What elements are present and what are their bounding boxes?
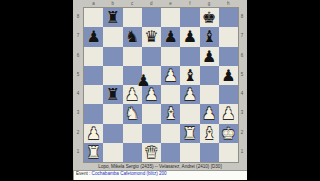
square-h4[interactable] [219,85,238,104]
piece-black-b-f5[interactable]: ♝ [180,66,199,85]
piece-white-p-e5[interactable]: ♟ [161,66,180,85]
square-a4[interactable] [84,85,103,104]
square-d3[interactable] [142,104,161,123]
square-a5[interactable] [84,66,103,85]
rank-label-left-8: 8 [73,14,83,20]
piece-black-p-g6[interactable]: ♟ [200,47,219,66]
file-label-top-b: b [103,1,122,7]
rank-label-left-2: 2 [73,130,83,136]
chess-gui-panel: aabbccddeeffgghh8877665544332211 Lopo, M… [73,0,247,180]
square-h7[interactable] [219,27,238,46]
square-f1[interactable] [180,143,199,162]
piece-black-p-e7[interactable]: ♟ [161,27,180,46]
piece-black-n-c7[interactable]: ♞ [123,27,142,46]
piece-black-p-a7[interactable]: ♟ [84,27,103,46]
file-label-top-e: e [161,1,180,7]
piece-white-p-f4[interactable]: ♟ [180,85,199,104]
players-line: Lopo, Mikela Sergio (2435) -- Velasarez,… [73,164,247,169]
square-b3[interactable] [103,104,122,123]
square-h6[interactable] [219,47,238,66]
square-g4[interactable] [200,85,219,104]
square-f3[interactable] [180,104,199,123]
file-label-top-h: h [219,1,238,7]
piece-white-p-d4[interactable]: ♟ [142,85,161,104]
event-label: Event : [76,171,90,176]
piece-black-b-g7[interactable]: ♝ [200,27,219,46]
square-c8[interactable] [123,8,142,27]
square-c2[interactable] [123,124,142,143]
file-label-top-d: d [142,1,161,7]
file-label-top-g: g [200,1,219,7]
square-b6[interactable] [103,47,122,66]
square-e6[interactable] [161,47,180,66]
square-h1[interactable] [219,143,238,162]
game-info-bar: Lopo, Mikela Sergio (2435) -- Velasarez,… [73,163,247,180]
square-d6[interactable] [142,47,161,66]
piece-white-p-a2[interactable]: ♟ [84,124,103,143]
square-e1[interactable] [161,143,180,162]
piece-white-p-h3[interactable]: ♟ [219,104,238,123]
piece-white-p-c4[interactable]: ♟ [123,85,142,104]
rank-label-left-1: 1 [73,149,83,155]
event-line: Event : Cochabamba Cafetomond (blitz) 20… [76,171,167,176]
video-letterbox: { "game": "chess", "position": { "fen": … [0,0,320,180]
square-b1[interactable] [103,143,122,162]
square-a3[interactable] [84,104,103,123]
rank-label-left-4: 4 [73,91,83,97]
square-h8[interactable] [219,8,238,27]
square-f8[interactable] [180,8,199,27]
piece-black-r-b4[interactable]: ♜ [103,85,122,104]
piece-white-b-e3[interactable]: ♝ [161,104,180,123]
event-link[interactable]: Cochabamba Cafetomond (blitz) 200 [92,171,167,176]
rank-label-left-7: 7 [73,33,83,39]
piece-black-k-g8[interactable]: ♚ [200,8,219,27]
file-label-top-a: a [84,1,103,7]
file-label-top-c: c [123,1,142,7]
square-e4[interactable] [161,85,180,104]
piece-white-q-d1[interactable]: ♛ [142,143,161,162]
piece-white-r-a1[interactable]: ♜ [84,143,103,162]
piece-white-n-c3[interactable]: ♞ [123,104,142,123]
square-c1[interactable] [123,143,142,162]
square-g5[interactable] [200,66,219,85]
square-c6[interactable] [123,47,142,66]
piece-black-r-b8[interactable]: ♜ [103,8,122,27]
square-b7[interactable] [103,27,122,46]
square-b2[interactable] [103,124,122,143]
piece-black-q-d7[interactable]: ♛ [142,27,161,46]
square-d2[interactable] [142,124,161,143]
rank-label-left-5: 5 [73,72,83,78]
square-e8[interactable] [161,8,180,27]
piece-white-r-f2[interactable]: ♜ [180,124,199,143]
square-g1[interactable] [200,143,219,162]
file-label-top-f: f [180,1,199,7]
square-f6[interactable] [180,47,199,66]
square-a6[interactable] [84,47,103,66]
square-e2[interactable] [161,124,180,143]
square-b5[interactable] [103,66,122,85]
piece-white-b-g2[interactable]: ♝ [200,124,219,143]
piece-black-p-f7[interactable]: ♟ [180,27,199,46]
piece-white-p-g3[interactable]: ♟ [200,104,219,123]
piece-white-k-h2[interactable]: ♚ [219,124,238,143]
piece-black-p-h5[interactable]: ♟ [219,66,238,85]
rank-label-left-3: 3 [73,110,83,116]
square-a8[interactable] [84,8,103,27]
square-d8[interactable] [142,8,161,27]
rank-label-left-6: 6 [73,53,83,59]
game-details-box: Event : Cochabamba Cafetomond (blitz) 20… [73,170,247,181]
